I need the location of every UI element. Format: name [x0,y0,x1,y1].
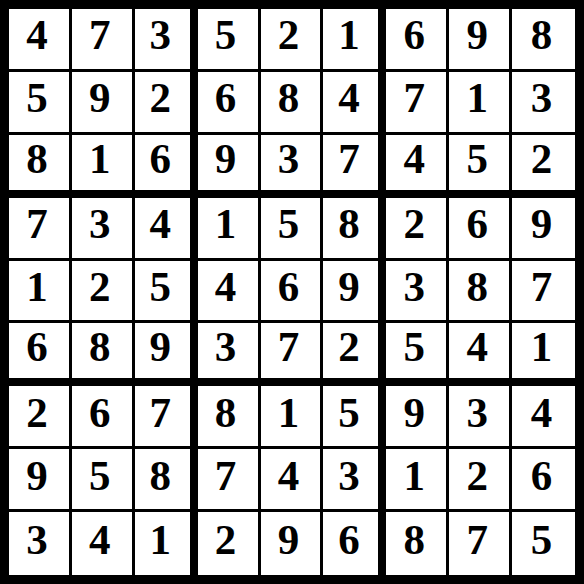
cell-r7c9[interactable]: 4 [512,386,575,449]
cell-r9c6[interactable]: 6 [323,512,386,575]
cell-r9c8[interactable]: 7 [449,512,512,575]
cell-r7c5[interactable]: 1 [261,386,324,449]
cell-r4c1[interactable]: 7 [9,198,72,261]
cell-r2c2[interactable]: 9 [72,72,135,135]
cell-r7c2[interactable]: 6 [72,386,135,449]
cell-r5c8[interactable]: 8 [449,261,512,324]
cell-r4c2[interactable]: 3 [72,198,135,261]
cell-r7c6[interactable]: 5 [323,386,386,449]
cell-r3c7[interactable]: 4 [386,135,449,198]
cell-r8c8[interactable]: 2 [449,449,512,512]
cell-r8c2[interactable]: 5 [72,449,135,512]
cell-r3c6[interactable]: 7 [323,135,386,198]
sudoku-screenshot: 4735216985926847138169374527341582691254… [0,0,584,584]
cell-r6c8[interactable]: 4 [449,323,512,386]
cell-r3c9[interactable]: 2 [512,135,575,198]
cell-r1c8[interactable]: 9 [449,9,512,72]
cell-r6c5[interactable]: 7 [261,323,324,386]
cell-r4c4[interactable]: 1 [198,198,261,261]
cell-r4c7[interactable]: 2 [386,198,449,261]
cell-r8c1[interactable]: 9 [9,449,72,512]
cell-r2c7[interactable]: 7 [386,72,449,135]
cell-r3c2[interactable]: 1 [72,135,135,198]
cell-r1c5[interactable]: 2 [261,9,324,72]
cell-r1c7[interactable]: 6 [386,9,449,72]
cell-r1c9[interactable]: 8 [512,9,575,72]
cell-r6c9[interactable]: 1 [512,323,575,386]
cell-r4c8[interactable]: 6 [449,198,512,261]
cell-r5c1[interactable]: 1 [9,261,72,324]
cell-r8c6[interactable]: 3 [323,449,386,512]
cell-r1c6[interactable]: 1 [323,9,386,72]
cell-r1c1[interactable]: 4 [9,9,72,72]
cell-r2c6[interactable]: 4 [323,72,386,135]
cell-r9c9[interactable]: 5 [512,512,575,575]
cell-r5c4[interactable]: 4 [198,261,261,324]
cell-r2c1[interactable]: 5 [9,72,72,135]
cell-r6c4[interactable]: 3 [198,323,261,386]
cell-r8c4[interactable]: 7 [198,449,261,512]
cell-r1c3[interactable]: 3 [135,9,198,72]
sudoku-board: 4735216985926847138169374527341582691254… [0,0,584,584]
cell-r8c9[interactable]: 6 [512,449,575,512]
cell-r1c2[interactable]: 7 [72,9,135,72]
cell-r8c5[interactable]: 4 [261,449,324,512]
cell-r6c3[interactable]: 9 [135,323,198,386]
cell-r3c8[interactable]: 5 [449,135,512,198]
cell-r9c5[interactable]: 9 [261,512,324,575]
cell-r7c8[interactable]: 3 [449,386,512,449]
cell-r9c4[interactable]: 2 [198,512,261,575]
cell-r2c4[interactable]: 6 [198,72,261,135]
cell-r5c6[interactable]: 9 [323,261,386,324]
cell-r5c9[interactable]: 7 [512,261,575,324]
cell-r6c7[interactable]: 5 [386,323,449,386]
cell-r7c1[interactable]: 2 [9,386,72,449]
cell-r5c7[interactable]: 3 [386,261,449,324]
cell-r5c2[interactable]: 2 [72,261,135,324]
cell-r4c3[interactable]: 4 [135,198,198,261]
cell-r6c6[interactable]: 2 [323,323,386,386]
cell-r3c5[interactable]: 3 [261,135,324,198]
cell-r1c4[interactable]: 5 [198,9,261,72]
cell-r3c1[interactable]: 8 [9,135,72,198]
cell-r5c3[interactable]: 5 [135,261,198,324]
cell-r3c4[interactable]: 9 [198,135,261,198]
cell-r2c5[interactable]: 8 [261,72,324,135]
cell-r9c1[interactable]: 3 [9,512,72,575]
cell-r2c8[interactable]: 1 [449,72,512,135]
cell-r9c3[interactable]: 1 [135,512,198,575]
cell-r7c4[interactable]: 8 [198,386,261,449]
cell-r8c7[interactable]: 1 [386,449,449,512]
cell-r6c1[interactable]: 6 [9,323,72,386]
cell-r3c3[interactable]: 6 [135,135,198,198]
cell-r8c3[interactable]: 8 [135,449,198,512]
cell-r6c2[interactable]: 8 [72,323,135,386]
cell-r4c5[interactable]: 5 [261,198,324,261]
cell-r7c3[interactable]: 7 [135,386,198,449]
cell-r7c7[interactable]: 9 [386,386,449,449]
cell-r2c3[interactable]: 2 [135,72,198,135]
cell-r4c6[interactable]: 8 [323,198,386,261]
cell-r4c9[interactable]: 9 [512,198,575,261]
cell-r5c5[interactable]: 6 [261,261,324,324]
cell-r9c7[interactable]: 8 [386,512,449,575]
cell-r9c2[interactable]: 4 [72,512,135,575]
cell-r2c9[interactable]: 3 [512,72,575,135]
